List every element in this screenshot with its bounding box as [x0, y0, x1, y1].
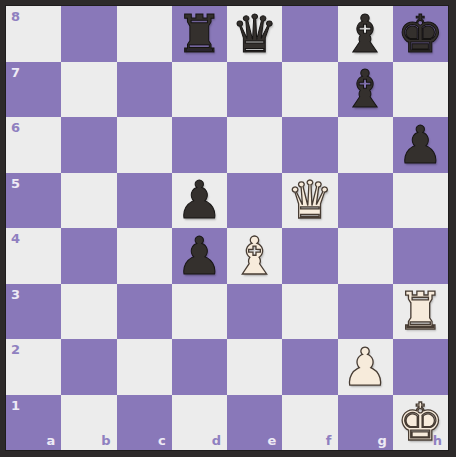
square-g1[interactable]: g — [338, 395, 393, 451]
square-f1[interactable]: f — [282, 395, 337, 451]
square-e1[interactable]: e — [227, 395, 282, 451]
rank-label-4: 4 — [11, 232, 20, 245]
square-b6[interactable] — [61, 117, 116, 173]
square-a1[interactable]: 1a — [6, 395, 61, 451]
square-g3[interactable] — [338, 284, 393, 340]
square-h4[interactable] — [393, 228, 448, 284]
square-b8[interactable] — [61, 6, 116, 62]
square-f8[interactable] — [282, 6, 337, 62]
square-c5[interactable] — [117, 173, 172, 229]
square-e8[interactable]: ♛ — [227, 6, 282, 62]
square-e3[interactable] — [227, 284, 282, 340]
square-d5[interactable]: ♟ — [172, 173, 227, 229]
square-g7[interactable]: ♝ — [338, 62, 393, 118]
square-c1[interactable]: c — [117, 395, 172, 451]
square-g8[interactable]: ♝ — [338, 6, 393, 62]
file-label-a: a — [46, 434, 55, 447]
rank-label-2: 2 — [11, 343, 20, 356]
file-label-d: d — [212, 434, 221, 447]
square-d6[interactable] — [172, 117, 227, 173]
file-label-h: h — [433, 434, 442, 447]
square-a6[interactable]: 6 — [6, 117, 61, 173]
square-b5[interactable] — [61, 173, 116, 229]
square-b2[interactable] — [61, 339, 116, 395]
file-label-g: g — [377, 434, 386, 447]
square-f4[interactable] — [282, 228, 337, 284]
file-label-c: c — [158, 434, 166, 447]
board: 8♜♛♝♚7♝6♟5♟♛4♟♝3♜2♟1abcdefgh♚ — [6, 6, 448, 450]
square-c8[interactable] — [117, 6, 172, 62]
square-c7[interactable] — [117, 62, 172, 118]
rank-label-1: 1 — [11, 399, 20, 412]
square-b7[interactable] — [61, 62, 116, 118]
square-b1[interactable]: b — [61, 395, 116, 451]
piece-white-pawn[interactable]: ♟ — [342, 341, 389, 393]
square-h7[interactable] — [393, 62, 448, 118]
square-h5[interactable] — [393, 173, 448, 229]
piece-white-rook[interactable]: ♜ — [397, 285, 444, 337]
square-e5[interactable] — [227, 173, 282, 229]
rank-label-7: 7 — [11, 66, 20, 79]
board-frame: 8♜♛♝♚7♝6♟5♟♛4♟♝3♜2♟1abcdefgh♚ — [0, 0, 456, 457]
square-d1[interactable]: d — [172, 395, 227, 451]
piece-black-king[interactable]: ♚ — [397, 8, 444, 60]
square-f6[interactable] — [282, 117, 337, 173]
square-a3[interactable]: 3 — [6, 284, 61, 340]
square-d4[interactable]: ♟ — [172, 228, 227, 284]
piece-white-bishop[interactable]: ♝ — [231, 230, 278, 282]
square-b4[interactable] — [61, 228, 116, 284]
square-c6[interactable] — [117, 117, 172, 173]
piece-black-queen[interactable]: ♛ — [231, 8, 278, 60]
rank-label-3: 3 — [11, 288, 20, 301]
square-d3[interactable] — [172, 284, 227, 340]
square-f5[interactable]: ♛ — [282, 173, 337, 229]
square-a8[interactable]: 8 — [6, 6, 61, 62]
square-b3[interactable] — [61, 284, 116, 340]
square-a2[interactable]: 2 — [6, 339, 61, 395]
square-h6[interactable]: ♟ — [393, 117, 448, 173]
piece-black-pawn[interactable]: ♟ — [176, 174, 223, 226]
square-c4[interactable] — [117, 228, 172, 284]
rank-label-8: 8 — [11, 10, 20, 23]
square-e6[interactable] — [227, 117, 282, 173]
square-e4[interactable]: ♝ — [227, 228, 282, 284]
file-label-b: b — [101, 434, 110, 447]
square-d8[interactable]: ♜ — [172, 6, 227, 62]
square-h3[interactable]: ♜ — [393, 284, 448, 340]
rank-label-6: 6 — [11, 121, 20, 134]
square-c3[interactable] — [117, 284, 172, 340]
square-e2[interactable] — [227, 339, 282, 395]
square-h8[interactable]: ♚ — [393, 6, 448, 62]
piece-black-pawn[interactable]: ♟ — [397, 119, 444, 171]
square-f2[interactable] — [282, 339, 337, 395]
square-g4[interactable] — [338, 228, 393, 284]
file-label-f: f — [326, 434, 332, 447]
piece-white-queen[interactable]: ♛ — [287, 174, 334, 226]
piece-black-bishop[interactable]: ♝ — [342, 63, 389, 115]
square-d2[interactable] — [172, 339, 227, 395]
square-f3[interactable] — [282, 284, 337, 340]
piece-black-bishop[interactable]: ♝ — [342, 8, 389, 60]
square-g2[interactable]: ♟ — [338, 339, 393, 395]
file-label-e: e — [267, 434, 276, 447]
rank-label-5: 5 — [11, 177, 20, 190]
square-g6[interactable] — [338, 117, 393, 173]
square-a4[interactable]: 4 — [6, 228, 61, 284]
square-d7[interactable] — [172, 62, 227, 118]
piece-black-rook[interactable]: ♜ — [176, 8, 223, 60]
square-h2[interactable] — [393, 339, 448, 395]
square-a7[interactable]: 7 — [6, 62, 61, 118]
square-c2[interactable] — [117, 339, 172, 395]
square-e7[interactable] — [227, 62, 282, 118]
piece-black-pawn[interactable]: ♟ — [176, 230, 223, 282]
square-f7[interactable] — [282, 62, 337, 118]
square-h1[interactable]: h♚ — [393, 395, 448, 451]
square-g5[interactable] — [338, 173, 393, 229]
square-a5[interactable]: 5 — [6, 173, 61, 229]
